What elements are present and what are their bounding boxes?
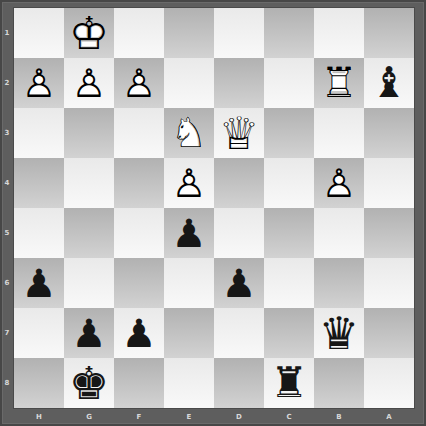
square-b6[interactable] <box>314 258 364 308</box>
square-g2[interactable]: ♟♙ <box>64 58 114 108</box>
rank-label-7: 7 <box>0 308 14 358</box>
black-queen[interactable]: ♛ <box>314 308 364 358</box>
rank-label-4: 4 <box>0 158 14 208</box>
square-f4[interactable] <box>114 158 164 208</box>
square-b3[interactable] <box>314 108 364 158</box>
square-g1[interactable]: ♚♔ <box>64 8 114 58</box>
square-b4[interactable]: ♟♙ <box>314 158 364 208</box>
square-h8[interactable] <box>14 358 64 408</box>
square-a7[interactable] <box>364 308 414 358</box>
square-h3[interactable] <box>14 108 64 158</box>
file-label-c: C <box>264 408 314 426</box>
square-c7[interactable] <box>264 308 314 358</box>
square-g4[interactable] <box>64 158 114 208</box>
square-d3[interactable]: ♛♕ <box>214 108 264 158</box>
white-queen[interactable]: ♛♕ <box>214 108 264 158</box>
white-knight[interactable]: ♞♘ <box>164 108 214 158</box>
square-d5[interactable] <box>214 208 264 258</box>
square-c3[interactable] <box>264 108 314 158</box>
rank-label-3: 3 <box>0 108 14 158</box>
square-h6[interactable]: ♟ <box>14 258 64 308</box>
white-pawn[interactable]: ♟♙ <box>164 158 214 208</box>
square-c2[interactable] <box>264 58 314 108</box>
square-e5[interactable]: ♟ <box>164 208 214 258</box>
square-f7[interactable]: ♟ <box>114 308 164 358</box>
black-pawn[interactable]: ♟ <box>64 308 114 358</box>
square-g6[interactable] <box>64 258 114 308</box>
black-pawn[interactable]: ♟ <box>164 208 214 258</box>
black-bishop[interactable]: ♝ <box>364 58 414 108</box>
square-b7[interactable]: ♛ <box>314 308 364 358</box>
square-c8[interactable]: ♜ <box>264 358 314 408</box>
square-c1[interactable] <box>264 8 314 58</box>
square-f3[interactable] <box>114 108 164 158</box>
square-a1[interactable] <box>364 8 414 58</box>
white-pawn[interactable]: ♟♙ <box>64 58 114 108</box>
square-b5[interactable] <box>314 208 364 258</box>
square-e1[interactable] <box>164 8 214 58</box>
square-c4[interactable] <box>264 158 314 208</box>
square-d4[interactable] <box>214 158 264 208</box>
square-b2[interactable]: ♜♖ <box>314 58 364 108</box>
square-f6[interactable] <box>114 258 164 308</box>
square-e4[interactable]: ♟♙ <box>164 158 214 208</box>
square-g3[interactable] <box>64 108 114 158</box>
square-d7[interactable] <box>214 308 264 358</box>
white-king[interactable]: ♚♔ <box>64 8 114 58</box>
rank-label-5: 5 <box>0 208 14 258</box>
file-label-b: B <box>314 408 364 426</box>
square-d8[interactable] <box>214 358 264 408</box>
square-c6[interactable] <box>264 258 314 308</box>
chess-board-frame: 12345678 ♚♔♟♙♟♙♟♙♜♖♝♞♘♛♕♟♙♟♙♟♟♟♟♟♛♚♜ HGF… <box>0 0 426 426</box>
square-a3[interactable] <box>364 108 414 158</box>
square-a6[interactable] <box>364 258 414 308</box>
rank-label-8: 8 <box>0 358 14 408</box>
black-pawn[interactable]: ♟ <box>114 308 164 358</box>
file-labels: HGFEDCBA <box>14 408 414 426</box>
black-rook[interactable]: ♜ <box>264 358 314 408</box>
square-f1[interactable] <box>114 8 164 58</box>
white-pawn[interactable]: ♟♙ <box>14 58 64 108</box>
white-pawn[interactable]: ♟♙ <box>314 158 364 208</box>
black-pawn[interactable]: ♟ <box>214 258 264 308</box>
black-king[interactable]: ♚ <box>64 358 114 408</box>
square-a8[interactable] <box>364 358 414 408</box>
square-a2[interactable]: ♝ <box>364 58 414 108</box>
rank-label-2: 2 <box>0 58 14 108</box>
square-b8[interactable] <box>314 358 364 408</box>
square-g5[interactable] <box>64 208 114 258</box>
file-label-h: H <box>14 408 64 426</box>
square-f2[interactable]: ♟♙ <box>114 58 164 108</box>
square-a5[interactable] <box>364 208 414 258</box>
square-e3[interactable]: ♞♘ <box>164 108 214 158</box>
square-e7[interactable] <box>164 308 214 358</box>
white-pawn[interactable]: ♟♙ <box>114 58 164 108</box>
square-d1[interactable] <box>214 8 264 58</box>
square-e2[interactable] <box>164 58 214 108</box>
black-pawn[interactable]: ♟ <box>14 258 64 308</box>
square-f8[interactable] <box>114 358 164 408</box>
file-label-e: E <box>164 408 214 426</box>
file-label-d: D <box>214 408 264 426</box>
rank-label-6: 6 <box>0 258 14 308</box>
file-label-a: A <box>364 408 414 426</box>
white-rook[interactable]: ♜♖ <box>314 58 364 108</box>
square-g8[interactable]: ♚ <box>64 358 114 408</box>
rank-label-1: 1 <box>0 8 14 58</box>
rank-labels: 12345678 <box>0 8 14 408</box>
square-h1[interactable] <box>14 8 64 58</box>
square-h7[interactable] <box>14 308 64 358</box>
square-h5[interactable] <box>14 208 64 258</box>
file-label-f: F <box>114 408 164 426</box>
square-c5[interactable] <box>264 208 314 258</box>
square-a4[interactable] <box>364 158 414 208</box>
square-e8[interactable] <box>164 358 214 408</box>
square-g7[interactable]: ♟ <box>64 308 114 358</box>
square-h4[interactable] <box>14 158 64 208</box>
square-d2[interactable] <box>214 58 264 108</box>
square-h2[interactable]: ♟♙ <box>14 58 64 108</box>
file-label-g: G <box>64 408 114 426</box>
square-b1[interactable] <box>314 8 364 58</box>
square-f5[interactable] <box>114 208 164 258</box>
square-e6[interactable] <box>164 258 214 308</box>
chess-board: ♚♔♟♙♟♙♟♙♜♖♝♞♘♛♕♟♙♟♙♟♟♟♟♟♛♚♜ <box>14 8 414 408</box>
square-d6[interactable]: ♟ <box>214 258 264 308</box>
